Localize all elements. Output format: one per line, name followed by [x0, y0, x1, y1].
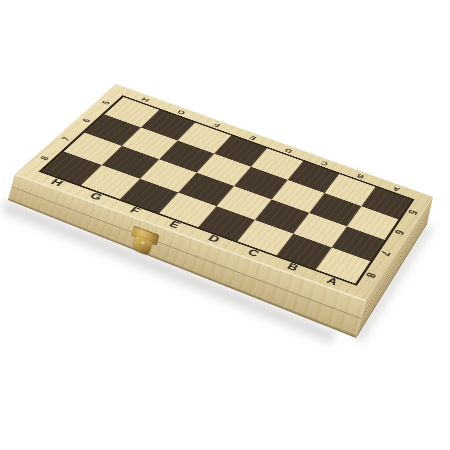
coordinate-label-bottom: C	[246, 248, 261, 258]
coordinate-label-bottom: H	[49, 178, 65, 188]
coordinate-label-bottom: D	[206, 234, 221, 244]
coordinate-label-top: A	[392, 186, 401, 193]
coordinate-label-bottom: A	[325, 276, 339, 287]
coordinate-label-top: C	[320, 160, 330, 167]
coordinate-label-bottom: F	[128, 206, 142, 216]
coordinate-label-left: 5	[100, 100, 111, 105]
coordinate-label-top: B	[356, 173, 366, 180]
product-photo-stage: HHGGFFEEDDCCBBAA55667788	[0, 0, 450, 450]
coordinate-label-right: 6	[393, 229, 406, 236]
coordinate-label-left: 8	[39, 155, 51, 161]
coordinate-label-top: G	[176, 109, 187, 116]
coordinate-label-right: 8	[364, 271, 378, 279]
coordinate-label-bottom: G	[88, 192, 105, 202]
coordinate-label-left: 6	[81, 118, 93, 124]
coordinate-label-right: 7	[379, 250, 393, 258]
coordinate-label-top: E	[248, 135, 258, 141]
coordinate-label-top: F	[212, 122, 221, 128]
coordinate-label-top: D	[284, 147, 294, 154]
coordinate-label-left: 7	[60, 136, 72, 142]
coordinate-label-bottom: E	[167, 220, 182, 230]
coordinate-label-right: 5	[407, 209, 420, 216]
coordinate-label-top: H	[140, 96, 151, 102]
coordinate-label-bottom: B	[285, 262, 299, 272]
